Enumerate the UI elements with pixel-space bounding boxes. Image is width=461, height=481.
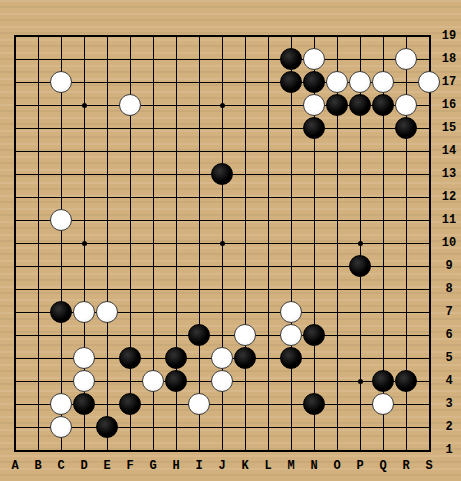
col-label-K: K [234,459,256,473]
white-stone-P17 [349,71,371,93]
col-label-M: M [280,459,302,473]
black-stone-R4 [395,370,417,392]
col-label-R: R [395,459,417,473]
row-label-12: 12 [436,190,461,204]
black-stone-N3 [303,393,325,415]
col-label-Q: Q [372,459,394,473]
white-stone-M6 [280,324,302,346]
black-stone-N17 [303,71,325,93]
row-label-3: 3 [436,397,461,411]
row-label-2: 2 [436,420,461,434]
black-stone-K5 [234,347,256,369]
black-stone-E2 [96,416,118,438]
row-label-6: 6 [436,328,461,342]
col-label-H: H [165,459,187,473]
star-point-J10 [220,241,225,246]
black-stone-N15 [303,117,325,139]
go-board-screenshot: ABCDEFGHIJKLMNOPQRS 19181716151413121110… [0,0,461,481]
col-label-O: O [326,459,348,473]
black-stone-R15 [395,117,417,139]
star-point-J16 [220,103,225,108]
white-stone-M7 [280,301,302,323]
col-label-S: S [418,459,440,473]
row-label-5: 5 [436,351,461,365]
black-stone-N6 [303,324,325,346]
row-label-1: 1 [436,443,461,457]
col-label-L: L [257,459,279,473]
white-stone-D5 [73,347,95,369]
row-label-16: 16 [436,98,461,112]
white-stone-K6 [234,324,256,346]
row-label-9: 9 [436,259,461,273]
row-label-13: 13 [436,167,461,181]
white-stone-C11 [50,209,72,231]
row-label-8: 8 [436,282,461,296]
white-stone-C3 [50,393,72,415]
black-stone-C7 [50,301,72,323]
row-label-4: 4 [436,374,461,388]
white-stone-D4 [73,370,95,392]
black-stone-Q4 [372,370,394,392]
col-label-I: I [188,459,210,473]
white-stone-N16 [303,94,325,116]
col-label-F: F [119,459,141,473]
col-label-P: P [349,459,371,473]
black-stone-M17 [280,71,302,93]
black-stone-O16 [326,94,348,116]
black-stone-F5 [119,347,141,369]
white-stone-J5 [211,347,233,369]
row-label-10: 10 [436,236,461,250]
black-stone-M18 [280,48,302,70]
star-point-P4 [358,379,363,384]
white-stone-F16 [119,94,141,116]
star-point-P10 [358,241,363,246]
col-label-J: J [211,459,233,473]
black-stone-M5 [280,347,302,369]
star-point-D16 [82,103,87,108]
black-stone-H4 [165,370,187,392]
black-stone-H5 [165,347,187,369]
black-stone-J13 [211,163,233,185]
col-label-E: E [96,459,118,473]
row-label-7: 7 [436,305,461,319]
white-stone-I3 [188,393,210,415]
black-stone-P9 [349,255,371,277]
black-stone-P16 [349,94,371,116]
white-stone-C2 [50,416,72,438]
col-label-B: B [27,459,49,473]
white-stone-C17 [50,71,72,93]
row-label-11: 11 [436,213,461,227]
col-label-N: N [303,459,325,473]
black-stone-I6 [188,324,210,346]
col-label-D: D [73,459,95,473]
row-label-17: 17 [436,75,461,89]
white-stone-J4 [211,370,233,392]
row-label-19: 19 [436,29,461,43]
white-stone-D7 [73,301,95,323]
white-stone-O17 [326,71,348,93]
white-stone-N18 [303,48,325,70]
row-label-15: 15 [436,121,461,135]
star-point-D10 [82,241,87,246]
white-stone-R18 [395,48,417,70]
row-label-18: 18 [436,52,461,66]
white-stone-E7 [96,301,118,323]
col-label-G: G [142,459,164,473]
row-label-14: 14 [436,144,461,158]
col-label-A: A [4,459,26,473]
black-stone-F3 [119,393,141,415]
col-label-C: C [50,459,72,473]
white-stone-R16 [395,94,417,116]
white-stone-Q3 [372,393,394,415]
black-stone-D3 [73,393,95,415]
white-stone-Q17 [372,71,394,93]
black-stone-Q16 [372,94,394,116]
white-stone-G4 [142,370,164,392]
